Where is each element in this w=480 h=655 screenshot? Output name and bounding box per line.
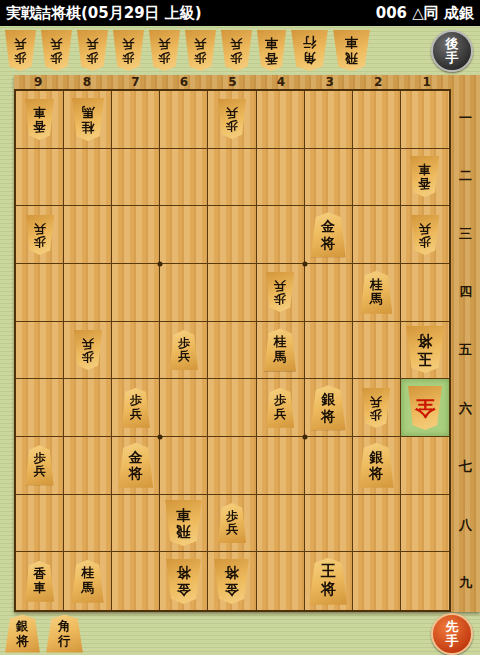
square-2-9[interactable] — [353, 552, 401, 610]
piece-kanji: 兵 — [130, 408, 142, 421]
sente-pawn-piece[interactable]: 歩兵 — [121, 388, 151, 428]
piece-kanji: 兵 — [51, 37, 63, 50]
piece-kanji: 兵 — [419, 221, 431, 234]
gote-pawn-piece[interactable]: 歩兵 — [184, 30, 217, 71]
square-1-9[interactable] — [401, 552, 449, 610]
square-5-2[interactable] — [208, 149, 256, 207]
piece-kanji: 兵 — [34, 221, 46, 234]
board-grid-wrap: 香車桂馬歩兵香車歩兵金将歩兵歩兵桂馬歩兵歩兵桂馬玉将歩兵歩兵銀将歩兵全歩兵金将銀… — [14, 89, 451, 612]
piece-kanji: 角 — [303, 51, 316, 66]
piece-kanji: 車 — [265, 36, 278, 51]
gote-badge: 後手 — [431, 30, 473, 72]
gote-pawn-piece[interactable]: 歩兵 — [112, 30, 145, 71]
gote-lance-piece[interactable]: 香車 — [409, 156, 440, 197]
square-3-5[interactable] — [305, 322, 353, 380]
file-label-4: 4 — [257, 75, 306, 89]
sente-silver-piece[interactable]: 銀将 — [4, 615, 41, 653]
square-2-6[interactable]: 歩兵 — [353, 379, 401, 437]
piece-kanji: 歩 — [159, 51, 171, 64]
square-7-8[interactable] — [112, 495, 160, 553]
square-5-3[interactable] — [208, 206, 256, 264]
piece-kanji: 将 — [369, 465, 383, 481]
square-3-8[interactable] — [305, 495, 353, 553]
square-7-9[interactable] — [112, 552, 160, 610]
piece-kanji: 歩 — [226, 510, 238, 523]
file-label-7: 7 — [111, 75, 160, 89]
piece-kanji: 金 — [129, 449, 143, 465]
piece-kanji: 兵 — [231, 37, 243, 50]
sente-pawn-piece[interactable]: 歩兵 — [25, 445, 55, 485]
square-2-4[interactable]: 桂馬 — [353, 264, 401, 322]
piece-kanji: 兵 — [178, 350, 190, 363]
piece-kanji: 兵 — [15, 37, 27, 50]
file-label-8: 8 — [63, 75, 112, 89]
piece-kanji: 桂 — [274, 335, 287, 350]
piece-kanji: 金 — [225, 581, 239, 597]
sente-bishop-piece[interactable]: 角行 — [45, 615, 84, 653]
piece-kanji: 桂 — [81, 566, 94, 581]
file-label-6: 6 — [160, 75, 209, 89]
square-9-5[interactable] — [16, 322, 64, 380]
piece-kanji: 全 — [414, 397, 435, 418]
square-8-8[interactable] — [64, 495, 112, 553]
square-4-9[interactable] — [257, 552, 305, 610]
piece-kanji: 香 — [33, 567, 46, 581]
square-3-4[interactable] — [305, 264, 353, 322]
puzzle-title: 実戦詰将棋(05月29日 上級) — [6, 4, 202, 23]
sente-hand-tray: 銀将角行 先手 — [0, 612, 480, 655]
square-7-6[interactable]: 歩兵 — [112, 379, 160, 437]
piece-kanji: 歩 — [15, 51, 27, 64]
square-5-7[interactable] — [208, 437, 256, 495]
rank-label-6: 六 — [451, 380, 480, 438]
square-3-9[interactable]: 王将 — [305, 552, 353, 610]
piece-kanji: 車 — [419, 163, 432, 177]
square-6-3[interactable] — [160, 206, 208, 264]
square-2-1[interactable] — [353, 91, 401, 149]
piece-kanji: 将 — [177, 565, 191, 581]
piece-kanji: 将 — [16, 634, 29, 649]
piece-kanji: 歩 — [226, 119, 238, 132]
square-6-8[interactable]: 飛車 — [160, 495, 208, 553]
piece-kanji: 将 — [129, 465, 143, 481]
sente-knight-piece[interactable]: 桂馬 — [71, 560, 105, 603]
sente-badge-char1: 先 — [446, 620, 459, 634]
gote-badge-char2: 手 — [446, 51, 459, 65]
sente-knight-piece[interactable]: 桂馬 — [359, 271, 393, 314]
gote-bishop-piece[interactable]: 角行 — [290, 30, 329, 71]
piece-kanji: 兵 — [274, 408, 286, 421]
square-9-2[interactable] — [16, 149, 64, 207]
square-4-4[interactable]: 歩兵 — [257, 264, 305, 322]
gote-pawn-piece[interactable]: 歩兵 — [410, 215, 440, 255]
piece-kanji: 歩 — [130, 394, 142, 407]
piece-kanji: 馬 — [81, 581, 94, 596]
square-8-1[interactable]: 桂馬 — [64, 91, 112, 149]
gote-hand-tray: 歩兵歩兵歩兵歩兵歩兵歩兵歩兵香車角行飛車 後手 — [0, 26, 480, 75]
piece-kanji: 歩 — [34, 452, 46, 465]
square-8-7[interactable] — [64, 437, 112, 495]
square-4-8[interactable] — [257, 495, 305, 553]
gote-hand-pieces: 歩兵歩兵歩兵歩兵歩兵歩兵歩兵香車角行飛車 — [4, 30, 371, 71]
square-9-6[interactable] — [16, 379, 64, 437]
gote-rook-piece[interactable]: 飛車 — [332, 30, 371, 71]
piece-kanji: 車 — [33, 105, 46, 119]
square-4-7[interactable] — [257, 437, 305, 495]
piece-kanji: 飛 — [177, 523, 192, 540]
piece-kanji: 将 — [321, 408, 335, 424]
square-5-1[interactable]: 歩兵 — [208, 91, 256, 149]
rank-label-1: 一 — [451, 89, 480, 147]
piece-kanji: 兵 — [195, 37, 207, 50]
piece-kanji: 角 — [58, 619, 71, 634]
move-info: 006 △同 成銀 — [376, 4, 474, 23]
square-7-7[interactable]: 金将 — [112, 437, 160, 495]
square-4-2[interactable] — [257, 149, 305, 207]
piece-kanji: 兵 — [123, 37, 135, 50]
shogi-board: 987654321 香車桂馬歩兵香車歩兵金将歩兵歩兵桂馬歩兵歩兵桂馬玉将歩兵歩兵… — [14, 75, 480, 612]
piece-kanji: 金 — [321, 218, 335, 234]
piece-kanji: 歩 — [195, 51, 207, 64]
piece-kanji: 行 — [58, 634, 71, 649]
piece-kanji: 歩 — [231, 51, 243, 64]
gote-pawn-piece[interactable]: 歩兵 — [217, 99, 247, 139]
square-3-7[interactable] — [305, 437, 353, 495]
gote-pawn-piece[interactable]: 歩兵 — [76, 30, 109, 71]
piece-kanji: 歩 — [419, 235, 431, 248]
sente-badge: 先手 — [431, 613, 473, 655]
piece-kanji: 馬 — [274, 350, 287, 365]
square-4-6[interactable]: 歩兵 — [257, 379, 305, 437]
file-label-5: 5 — [208, 75, 257, 89]
piece-kanji: 歩 — [51, 51, 63, 64]
square-1-8[interactable] — [401, 495, 449, 553]
piece-kanji: 兵 — [82, 337, 94, 350]
square-9-7[interactable]: 歩兵 — [16, 437, 64, 495]
square-2-8[interactable] — [353, 495, 401, 553]
piece-kanji: 馬 — [370, 292, 383, 307]
sente-silver-piece[interactable]: 銀将 — [310, 385, 347, 430]
piece-kanji: 歩 — [123, 51, 135, 64]
piece-kanji: 香 — [33, 119, 46, 133]
square-9-4[interactable] — [16, 264, 64, 322]
gote-badge-char1: 後 — [446, 37, 459, 51]
square-6-9[interactable]: 金将 — [160, 552, 208, 610]
square-6-4[interactable] — [160, 264, 208, 322]
square-8-4[interactable] — [64, 264, 112, 322]
sente-pawn-piece[interactable]: 歩兵 — [169, 330, 199, 370]
piece-kanji: 兵 — [226, 523, 238, 536]
sente-king-piece[interactable]: 王将 — [308, 558, 348, 605]
square-7-2[interactable] — [112, 149, 160, 207]
square-5-5[interactable] — [208, 322, 256, 380]
square-9-3[interactable]: 歩兵 — [16, 206, 64, 264]
square-2-2[interactable] — [353, 149, 401, 207]
piece-kanji: 歩 — [87, 51, 99, 64]
piece-kanji: 兵 — [274, 279, 286, 292]
piece-kanji: 歩 — [274, 394, 286, 407]
square-3-2[interactable] — [305, 149, 353, 207]
square-8-9[interactable]: 桂馬 — [64, 552, 112, 610]
square-7-5[interactable] — [112, 322, 160, 380]
square-3-6[interactable]: 銀将 — [305, 379, 353, 437]
square-9-9[interactable]: 香車 — [16, 552, 64, 610]
square-1-5[interactable]: 玉将 — [401, 322, 449, 380]
gote-pawn-piece[interactable]: 歩兵 — [40, 30, 73, 71]
square-1-4[interactable] — [401, 264, 449, 322]
piece-kanji: 兵 — [370, 394, 382, 407]
piece-kanji: 歩 — [82, 350, 94, 363]
gote-gold-piece[interactable]: 金将 — [213, 559, 250, 604]
piece-kanji: 将 — [417, 332, 432, 350]
square-3-1[interactable] — [305, 91, 353, 149]
gote-promoted-silver-piece[interactable]: 全 — [407, 386, 443, 430]
piece-kanji: 兵 — [34, 465, 46, 478]
square-3-3[interactable]: 金将 — [305, 206, 353, 264]
file-label-1: 1 — [402, 75, 451, 89]
piece-kanji: 香 — [265, 51, 278, 66]
square-1-7[interactable] — [401, 437, 449, 495]
piece-kanji: 王 — [321, 563, 336, 581]
piece-kanji: 将 — [225, 565, 239, 581]
sente-hand-pieces: 銀将角行 — [4, 615, 84, 653]
piece-kanji: 車 — [33, 581, 46, 595]
sente-gold-piece[interactable]: 金将 — [117, 443, 154, 488]
piece-kanji: 兵 — [87, 37, 99, 50]
sente-silver-piece[interactable]: 銀将 — [358, 443, 395, 488]
square-2-3[interactable] — [353, 206, 401, 264]
piece-kanji: 兵 — [226, 106, 238, 119]
square-6-2[interactable] — [160, 149, 208, 207]
gote-pawn-piece[interactable]: 歩兵 — [73, 330, 103, 370]
rank-label-3: 三 — [451, 205, 480, 263]
gote-pawn-piece[interactable]: 歩兵 — [265, 272, 295, 312]
piece-kanji: 歩 — [274, 292, 286, 305]
square-7-1[interactable] — [112, 91, 160, 149]
file-labels: 987654321 — [14, 75, 451, 89]
square-1-3[interactable]: 歩兵 — [401, 206, 449, 264]
piece-kanji: 歩 — [370, 408, 382, 421]
piece-kanji: 銀 — [369, 449, 383, 465]
square-7-3[interactable] — [112, 206, 160, 264]
square-2-5[interactable] — [353, 322, 401, 380]
piece-kanji: 銀 — [321, 391, 335, 407]
piece-kanji: 車 — [345, 35, 358, 50]
file-label-2: 2 — [354, 75, 403, 89]
piece-kanji: 香 — [419, 177, 432, 191]
piece-kanji: 馬 — [81, 105, 94, 120]
piece-kanji: 金 — [177, 581, 191, 597]
title-bar: 実戦詰将棋(05月29日 上級) 006 △同 成銀 — [0, 0, 480, 26]
square-1-2[interactable]: 香車 — [401, 149, 449, 207]
gote-pawn-piece[interactable]: 歩兵 — [361, 388, 391, 428]
square-1-1[interactable] — [401, 91, 449, 149]
sente-pawn-piece[interactable]: 歩兵 — [265, 388, 295, 428]
square-1-6[interactable]: 全 — [401, 379, 449, 437]
piece-kanji: 将 — [321, 235, 335, 251]
gote-pawn-piece[interactable]: 歩兵 — [25, 215, 55, 255]
square-9-8[interactable] — [16, 495, 64, 553]
gote-gold-piece[interactable]: 金将 — [165, 559, 202, 604]
rank-label-7: 七 — [451, 438, 480, 496]
piece-kanji: 歩 — [34, 235, 46, 248]
gote-lance-piece[interactable]: 香車 — [256, 30, 287, 71]
board-grid: 香車桂馬歩兵香車歩兵金将歩兵歩兵桂馬歩兵歩兵桂馬玉将歩兵歩兵銀将歩兵全歩兵金将銀… — [16, 91, 449, 610]
square-8-2[interactable] — [64, 149, 112, 207]
rank-label-9: 九 — [451, 554, 480, 612]
square-7-4[interactable] — [112, 264, 160, 322]
square-2-7[interactable]: 銀将 — [353, 437, 401, 495]
sente-badge-char2: 手 — [446, 634, 459, 648]
square-4-1[interactable] — [257, 91, 305, 149]
square-8-3[interactable] — [64, 206, 112, 264]
square-6-1[interactable] — [160, 91, 208, 149]
piece-kanji: 銀 — [16, 619, 29, 634]
piece-kanji: 玉 — [417, 350, 432, 368]
gote-king-piece[interactable]: 玉将 — [405, 326, 445, 373]
piece-kanji: 桂 — [81, 119, 94, 134]
square-6-7[interactable] — [160, 437, 208, 495]
sente-gold-piece[interactable]: 金将 — [310, 212, 347, 257]
piece-kanji: 飛 — [345, 51, 358, 66]
rank-label-5: 五 — [451, 321, 480, 379]
file-label-3: 3 — [305, 75, 354, 89]
square-5-8[interactable]: 歩兵 — [208, 495, 256, 553]
sente-pawn-piece[interactable]: 歩兵 — [217, 503, 247, 543]
square-6-6[interactable] — [160, 379, 208, 437]
gote-pawn-piece[interactable]: 歩兵 — [220, 30, 253, 71]
piece-kanji: 兵 — [159, 37, 171, 50]
square-5-6[interactable] — [208, 379, 256, 437]
piece-kanji: 行 — [303, 35, 316, 50]
rank-label-2: 二 — [451, 147, 480, 205]
piece-kanji: 車 — [177, 506, 192, 523]
piece-kanji: 将 — [321, 581, 336, 599]
rank-labels: 一二三四五六七八九 — [451, 89, 480, 612]
square-9-1[interactable]: 香車 — [16, 91, 64, 149]
sente-lance-piece[interactable]: 香車 — [24, 561, 55, 602]
piece-kanji: 歩 — [178, 337, 190, 350]
piece-kanji: 桂 — [370, 278, 383, 293]
sente-knight-piece[interactable]: 桂馬 — [263, 328, 297, 371]
square-8-6[interactable] — [64, 379, 112, 437]
rank-label-8: 八 — [451, 496, 480, 554]
square-5-9[interactable]: 金将 — [208, 552, 256, 610]
square-8-5[interactable]: 歩兵 — [64, 322, 112, 380]
gote-pawn-piece[interactable]: 歩兵 — [4, 30, 37, 71]
gote-pawn-piece[interactable]: 歩兵 — [148, 30, 181, 71]
gote-rook-piece[interactable]: 飛車 — [164, 500, 203, 546]
file-label-9: 9 — [14, 75, 63, 89]
square-6-5[interactable]: 歩兵 — [160, 322, 208, 380]
square-5-4[interactable] — [208, 264, 256, 322]
square-4-5[interactable]: 桂馬 — [257, 322, 305, 380]
square-4-3[interactable] — [257, 206, 305, 264]
gote-knight-piece[interactable]: 桂馬 — [71, 98, 105, 141]
rank-label-4: 四 — [451, 263, 480, 321]
gote-lance-piece[interactable]: 香車 — [24, 99, 55, 140]
